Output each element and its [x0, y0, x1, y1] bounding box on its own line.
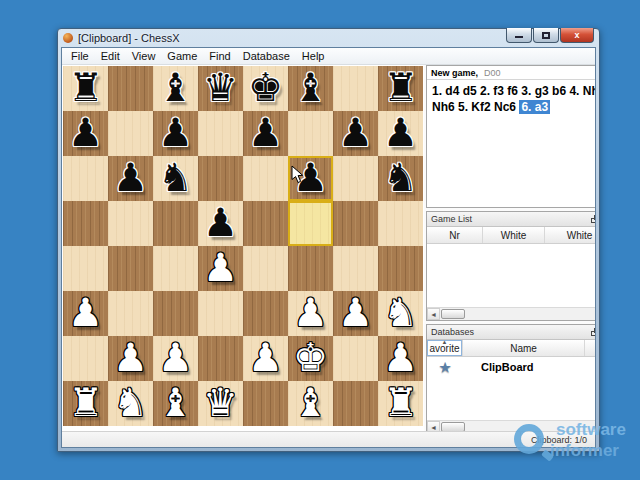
- square-b4[interactable]: [108, 246, 153, 291]
- right-dock: New game,D00 1. d4 d5 2. f3 f6 3. g3 b6 …: [424, 65, 595, 431]
- game-label: New game,: [431, 68, 478, 78]
- scroll-left-icon[interactable]: ◄: [427, 421, 440, 431]
- white-p-piece-b2[interactable]: ♟: [108, 336, 153, 381]
- square-h5[interactable]: [378, 201, 423, 246]
- menu-find[interactable]: Find: [203, 49, 236, 63]
- square-f5[interactable]: [288, 201, 333, 246]
- databases-column-headers: ▲avoriteName: [427, 340, 595, 357]
- square-h1[interactable]: ♜: [378, 381, 423, 426]
- window-body: FileEditViewGameFindDatabaseHelp ♜♝♛♚♝♜♟…: [61, 47, 596, 448]
- square-c1[interactable]: ♝: [153, 381, 198, 426]
- column-header-name[interactable]: Name: [463, 340, 585, 356]
- square-d5[interactable]: ♟: [198, 201, 243, 246]
- square-d6[interactable]: [198, 156, 243, 201]
- square-g4[interactable]: [333, 246, 378, 291]
- square-b1[interactable]: ♞: [108, 381, 153, 426]
- column-header-white-1[interactable]: White: [483, 227, 545, 243]
- scroll-left-icon[interactable]: ◄: [427, 308, 440, 320]
- square-h6[interactable]: ♞: [378, 156, 423, 201]
- square-c7[interactable]: ♟: [153, 111, 198, 156]
- square-g3[interactable]: ♟: [333, 291, 378, 336]
- white-q-piece-d1[interactable]: ♛: [198, 381, 243, 426]
- chess-board: ♜♝♛♚♝♜♟♟♟♟♟♟♞♟♞♟♟♟♟♟♞♟♟♟♚♟♜♞♝♛♝♜: [63, 66, 423, 426]
- square-f3[interactable]: ♟: [288, 291, 333, 336]
- board-area: ♜♝♛♚♝♜♟♟♟♟♟♟♞♟♞♟♟♟♟♟♞♟♟♟♚♟♜♞♝♛♝♜: [62, 65, 424, 431]
- white-k-piece-f2[interactable]: ♚: [288, 336, 333, 381]
- square-d8[interactable]: ♛: [198, 66, 243, 111]
- notation-panel: New game,D00 1. d4 d5 2. f3 f6 3. g3 b6 …: [426, 65, 595, 208]
- square-a8[interactable]: ♜: [63, 66, 108, 111]
- square-a4[interactable]: [63, 246, 108, 291]
- statusbar: Clipboard: 1/0: [62, 431, 595, 447]
- square-d2[interactable]: [198, 336, 243, 381]
- square-a2[interactable]: [63, 336, 108, 381]
- databases-title: Databases: [431, 327, 474, 337]
- maximize-button[interactable]: [533, 28, 559, 43]
- databases-hscrollbar[interactable]: ◄ ►: [427, 420, 595, 431]
- white-n-piece-h3[interactable]: ♞: [378, 291, 423, 336]
- window-title: [Clipboard] - ChessX: [78, 32, 180, 44]
- black-p-piece-d5[interactable]: ♟: [198, 201, 243, 246]
- black-p-piece-b6[interactable]: ♟: [108, 156, 153, 201]
- scroll-thumb[interactable]: [441, 309, 465, 319]
- square-g1[interactable]: [333, 381, 378, 426]
- square-h8[interactable]: ♜: [378, 66, 423, 111]
- square-f7[interactable]: [288, 111, 333, 156]
- game-list-panel: Game List × NrWhiteWhite ◄ ►: [426, 211, 595, 321]
- square-e1[interactable]: [243, 381, 288, 426]
- white-b-piece-c1[interactable]: ♝: [153, 381, 198, 426]
- square-f8[interactable]: ♝: [288, 66, 333, 111]
- black-r-piece-a8[interactable]: ♜: [63, 66, 108, 111]
- black-p-piece-c7[interactable]: ♟: [153, 111, 198, 156]
- eco-code: D00: [484, 68, 501, 78]
- square-c5[interactable]: [153, 201, 198, 246]
- black-q-piece-d8[interactable]: ♛: [198, 66, 243, 111]
- square-e4[interactable]: [243, 246, 288, 291]
- square-f4[interactable]: [288, 246, 333, 291]
- square-b3[interactable]: [108, 291, 153, 336]
- black-k-piece-e8[interactable]: ♚: [243, 66, 288, 111]
- square-f1[interactable]: ♝: [288, 381, 333, 426]
- float-panel-icon[interactable]: [591, 328, 595, 336]
- square-c8[interactable]: ♝: [153, 66, 198, 111]
- square-a3[interactable]: ♟: [63, 291, 108, 336]
- menu-file[interactable]: File: [65, 49, 95, 63]
- black-b-piece-f8[interactable]: ♝: [288, 66, 333, 111]
- white-p-piece-d4[interactable]: ♟: [198, 246, 243, 291]
- app-icon: [63, 33, 73, 43]
- white-n-piece-b1[interactable]: ♞: [108, 381, 153, 426]
- databases-titlebar[interactable]: Databases ×: [427, 325, 595, 340]
- menu-database[interactable]: Database: [237, 49, 296, 63]
- white-r-piece-h1[interactable]: ♜: [378, 381, 423, 426]
- square-d3[interactable]: [198, 291, 243, 336]
- square-d1[interactable]: ♛: [198, 381, 243, 426]
- square-f2[interactable]: ♚: [288, 336, 333, 381]
- white-p-piece-c2[interactable]: ♟: [153, 336, 198, 381]
- square-e3[interactable]: [243, 291, 288, 336]
- square-a5[interactable]: [63, 201, 108, 246]
- menu-game[interactable]: Game: [161, 49, 203, 63]
- square-h2[interactable]: ♟: [378, 336, 423, 381]
- column-header-nr-0[interactable]: Nr: [427, 227, 483, 243]
- column-header-avorite[interactable]: ▲avorite: [427, 340, 463, 356]
- black-n-piece-h6[interactable]: ♞: [378, 156, 423, 201]
- databases-panel: Databases × ▲avoriteName ★ClipBoard ◄ ►: [426, 324, 595, 431]
- window-titlebar[interactable]: [Clipboard] - ChessX x: [58, 29, 599, 47]
- menu-edit[interactable]: Edit: [95, 49, 126, 63]
- chessx-window: [Clipboard] - ChessX x FileEditViewGameF…: [57, 28, 600, 452]
- white-p-piece-g3[interactable]: ♟: [333, 291, 378, 336]
- square-b2[interactable]: ♟: [108, 336, 153, 381]
- black-p-piece-a7[interactable]: ♟: [63, 111, 108, 156]
- move-list[interactable]: 1. d4 d5 2. f3 f6 3. g3 b6 4. Nh3 Nh6 5.…: [427, 80, 595, 118]
- black-p-piece-g7[interactable]: ♟: [333, 111, 378, 156]
- menubar: FileEditViewGameFindDatabaseHelp: [62, 48, 595, 65]
- game-list-body[interactable]: [427, 244, 595, 307]
- black-p-piece-e7[interactable]: ♟: [243, 111, 288, 156]
- white-p-piece-h2[interactable]: ♟: [378, 336, 423, 381]
- game-list-hscrollbar[interactable]: ◄ ►: [427, 307, 595, 320]
- square-h4[interactable]: [378, 246, 423, 291]
- square-g7[interactable]: ♟: [333, 111, 378, 156]
- square-b8[interactable]: [108, 66, 153, 111]
- square-a6[interactable]: [63, 156, 108, 201]
- mouse-cursor-icon: [291, 165, 304, 188]
- database-name: ClipBoard: [463, 361, 534, 373]
- square-g5[interactable]: [333, 201, 378, 246]
- game-list-title: Game List: [431, 214, 472, 224]
- square-c2[interactable]: ♟: [153, 336, 198, 381]
- square-e2[interactable]: ♟: [243, 336, 288, 381]
- notation-header: New game,D00: [427, 66, 595, 80]
- scroll-thumb[interactable]: [441, 422, 465, 431]
- white-b-piece-f1[interactable]: ♝: [288, 381, 333, 426]
- square-e6[interactable]: [243, 156, 288, 201]
- square-h3[interactable]: ♞: [378, 291, 423, 336]
- float-panel-icon[interactable]: [591, 215, 595, 223]
- square-b6[interactable]: ♟: [108, 156, 153, 201]
- game-list-titlebar[interactable]: Game List ×: [427, 212, 595, 227]
- square-e5[interactable]: [243, 201, 288, 246]
- white-p-piece-a3[interactable]: ♟: [63, 291, 108, 336]
- square-a1[interactable]: ♜: [63, 381, 108, 426]
- square-g8[interactable]: [333, 66, 378, 111]
- square-g2[interactable]: [333, 336, 378, 381]
- menu-help[interactable]: Help: [296, 49, 331, 63]
- moves-text[interactable]: 1. d4 d5 2. f3 f6 3. g3 b6 4. Nh3 Nh6 5.…: [432, 84, 595, 114]
- main-area: ♜♝♛♚♝♜♟♟♟♟♟♟♞♟♞♟♟♟♟♟♞♟♟♟♚♟♜♞♝♛♝♜ New gam…: [62, 65, 595, 431]
- close-button[interactable]: x: [560, 28, 594, 43]
- square-d4[interactable]: ♟: [198, 246, 243, 291]
- favorite-star-icon[interactable]: ★: [427, 361, 463, 374]
- square-b5[interactable]: [108, 201, 153, 246]
- black-p-piece-h7[interactable]: ♟: [378, 111, 423, 156]
- square-b7[interactable]: [108, 111, 153, 156]
- square-f6[interactable]: ♟: [288, 156, 333, 201]
- square-h7[interactable]: ♟: [378, 111, 423, 156]
- white-p-piece-e2[interactable]: ♟: [243, 336, 288, 381]
- square-c3[interactable]: [153, 291, 198, 336]
- square-c4[interactable]: [153, 246, 198, 291]
- square-d7[interactable]: [198, 111, 243, 156]
- square-a7[interactable]: ♟: [63, 111, 108, 156]
- minimize-button[interactable]: [506, 28, 532, 43]
- black-n-piece-c6[interactable]: ♞: [153, 156, 198, 201]
- game-list-column-headers: NrWhiteWhite: [427, 227, 595, 244]
- column-header-white-2[interactable]: White: [545, 227, 595, 243]
- sort-indicator-icon: ▲: [442, 340, 448, 345]
- square-g6[interactable]: [333, 156, 378, 201]
- databases-body: ★ClipBoard: [427, 357, 595, 420]
- status-text: Clipboard: 1/0: [520, 432, 595, 447]
- desktop: [Clipboard] - ChessX x FileEditViewGameF…: [0, 0, 640, 480]
- square-c6[interactable]: ♞: [153, 156, 198, 201]
- menu-view[interactable]: View: [126, 49, 162, 63]
- square-e8[interactable]: ♚: [243, 66, 288, 111]
- selected-move[interactable]: 6. a3: [519, 100, 550, 114]
- black-r-piece-h8[interactable]: ♜: [378, 66, 423, 111]
- square-e7[interactable]: ♟: [243, 111, 288, 156]
- black-b-piece-c8[interactable]: ♝: [153, 66, 198, 111]
- white-r-piece-a1[interactable]: ♜: [63, 381, 108, 426]
- database-row-clipboard[interactable]: ★ClipBoard: [427, 357, 595, 377]
- white-p-piece-f3[interactable]: ♟: [288, 291, 333, 336]
